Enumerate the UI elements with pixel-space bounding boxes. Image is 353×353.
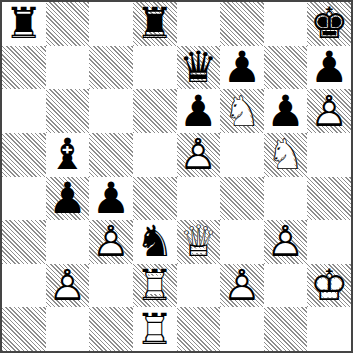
- square-e8[interactable]: [177, 2, 221, 46]
- black-pawn-icon: ♟: [89, 177, 133, 221]
- square-f1[interactable]: [220, 307, 264, 351]
- square-f5[interactable]: [220, 133, 264, 177]
- square-g3[interactable]: ♟♙: [264, 220, 308, 264]
- square-d7[interactable]: [133, 46, 177, 90]
- black-rook-icon: ♜: [133, 2, 177, 46]
- square-h4[interactable]: [307, 177, 351, 221]
- white-king-piece: ♚♔: [307, 264, 351, 308]
- square-a3[interactable]: [2, 220, 46, 264]
- white-pawn-icon: ♙: [46, 264, 90, 308]
- square-f3[interactable]: [220, 220, 264, 264]
- square-f8[interactable]: [220, 2, 264, 46]
- square-g4[interactable]: [264, 177, 308, 221]
- black-rook-piece: ♖♜: [133, 2, 177, 46]
- black-pawn-icon: ♟: [177, 89, 221, 133]
- square-b3[interactable]: [46, 220, 90, 264]
- square-d2[interactable]: ♜♖: [133, 264, 177, 308]
- square-b8[interactable]: [46, 2, 90, 46]
- square-d1[interactable]: ♜♖: [133, 307, 177, 351]
- square-b2[interactable]: ♟♙: [46, 264, 90, 308]
- white-knight-piece: ♞♘: [264, 133, 308, 177]
- square-c8[interactable]: [89, 2, 133, 46]
- square-d6[interactable]: [133, 89, 177, 133]
- black-king-piece: ♔♚: [307, 2, 351, 46]
- square-f7[interactable]: ♙♟: [220, 46, 264, 90]
- white-pawn-icon: ♙: [177, 133, 221, 177]
- square-e6[interactable]: ♙♟: [177, 89, 221, 133]
- square-a6[interactable]: [2, 89, 46, 133]
- white-knight-icon: ♘: [220, 89, 264, 133]
- black-bishop-icon: ♝: [46, 133, 90, 177]
- square-g7[interactable]: [264, 46, 308, 90]
- black-pawn-piece: ♙♟: [220, 46, 264, 90]
- black-rook-icon: ♜: [2, 2, 46, 46]
- square-h5[interactable]: [307, 133, 351, 177]
- white-knight-icon: ♘: [264, 133, 308, 177]
- square-e5[interactable]: ♟♙: [177, 133, 221, 177]
- square-b1[interactable]: [46, 307, 90, 351]
- square-a1[interactable]: [2, 307, 46, 351]
- square-e7[interactable]: ♕♛: [177, 46, 221, 90]
- square-b6[interactable]: [46, 89, 90, 133]
- square-a2[interactable]: [2, 264, 46, 308]
- square-g2[interactable]: [264, 264, 308, 308]
- square-h7[interactable]: ♙♟: [307, 46, 351, 90]
- white-pawn-piece: ♟♙: [307, 89, 351, 133]
- black-pawn-icon: ♟: [220, 46, 264, 90]
- square-h1[interactable]: [307, 307, 351, 351]
- white-pawn-icon: ♙: [89, 220, 133, 264]
- white-queen-icon: ♕: [177, 220, 221, 264]
- black-pawn-piece: ♙♟: [264, 89, 308, 133]
- square-c2[interactable]: [89, 264, 133, 308]
- white-pawn-icon: ♙: [220, 264, 264, 308]
- square-h8[interactable]: ♔♚: [307, 2, 351, 46]
- chess-board: ♖♜♖♜♔♚♕♛♙♟♙♟♙♟♞♘♙♟♟♙♗♝♟♙♞♘♙♟♙♟♟♙♘♞♛♕♟♙♟♙…: [0, 0, 353, 353]
- black-pawn-icon: ♟: [307, 46, 351, 90]
- square-a7[interactable]: [2, 46, 46, 90]
- square-d4[interactable]: [133, 177, 177, 221]
- square-g1[interactable]: [264, 307, 308, 351]
- white-pawn-piece: ♟♙: [264, 220, 308, 264]
- square-h6[interactable]: ♟♙: [307, 89, 351, 133]
- white-king-icon: ♔: [307, 264, 351, 308]
- square-d3[interactable]: ♘♞: [133, 220, 177, 264]
- square-d5[interactable]: [133, 133, 177, 177]
- black-pawn-piece: ♙♟: [307, 46, 351, 90]
- white-rook-piece: ♜♖: [133, 307, 177, 351]
- square-f2[interactable]: ♟♙: [220, 264, 264, 308]
- black-pawn-icon: ♟: [264, 89, 308, 133]
- white-pawn-icon: ♙: [307, 89, 351, 133]
- white-rook-piece: ♜♖: [133, 264, 177, 308]
- square-h2[interactable]: ♚♔: [307, 264, 351, 308]
- black-rook-piece: ♖♜: [2, 2, 46, 46]
- black-queen-icon: ♛: [177, 46, 221, 90]
- square-e4[interactable]: [177, 177, 221, 221]
- black-knight-piece: ♘♞: [133, 220, 177, 264]
- square-a8[interactable]: ♖♜: [2, 2, 46, 46]
- square-f4[interactable]: [220, 177, 264, 221]
- square-a5[interactable]: [2, 133, 46, 177]
- square-h3[interactable]: [307, 220, 351, 264]
- black-pawn-piece: ♙♟: [89, 177, 133, 221]
- square-g5[interactable]: ♞♘: [264, 133, 308, 177]
- black-pawn-piece: ♙♟: [46, 177, 90, 221]
- black-queen-piece: ♕♛: [177, 46, 221, 90]
- square-e3[interactable]: ♛♕: [177, 220, 221, 264]
- black-pawn-icon: ♟: [46, 177, 90, 221]
- square-c3[interactable]: ♟♙: [89, 220, 133, 264]
- square-c1[interactable]: [89, 307, 133, 351]
- white-rook-icon: ♖: [133, 307, 177, 351]
- square-b4[interactable]: ♙♟: [46, 177, 90, 221]
- black-knight-icon: ♞: [133, 220, 177, 264]
- square-g8[interactable]: [264, 2, 308, 46]
- square-c5[interactable]: [89, 133, 133, 177]
- white-rook-icon: ♖: [133, 264, 177, 308]
- white-pawn-piece: ♟♙: [89, 220, 133, 264]
- white-pawn-piece: ♟♙: [46, 264, 90, 308]
- square-c6[interactable]: [89, 89, 133, 133]
- white-pawn-piece: ♟♙: [177, 133, 221, 177]
- black-bishop-piece: ♗♝: [46, 133, 90, 177]
- white-queen-piece: ♛♕: [177, 220, 221, 264]
- square-b5[interactable]: ♗♝: [46, 133, 90, 177]
- square-a4[interactable]: [2, 177, 46, 221]
- square-c4[interactable]: ♙♟: [89, 177, 133, 221]
- square-e2[interactable]: [177, 264, 221, 308]
- white-knight-piece: ♞♘: [220, 89, 264, 133]
- square-g6[interactable]: ♙♟: [264, 89, 308, 133]
- black-pawn-piece: ♙♟: [177, 89, 221, 133]
- square-b7[interactable]: [46, 46, 90, 90]
- square-e1[interactable]: [177, 307, 221, 351]
- square-f6[interactable]: ♞♘: [220, 89, 264, 133]
- square-d8[interactable]: ♖♜: [133, 2, 177, 46]
- square-c7[interactable]: [89, 46, 133, 90]
- white-pawn-piece: ♟♙: [220, 264, 264, 308]
- black-king-icon: ♚: [307, 2, 351, 46]
- white-pawn-icon: ♙: [264, 220, 308, 264]
